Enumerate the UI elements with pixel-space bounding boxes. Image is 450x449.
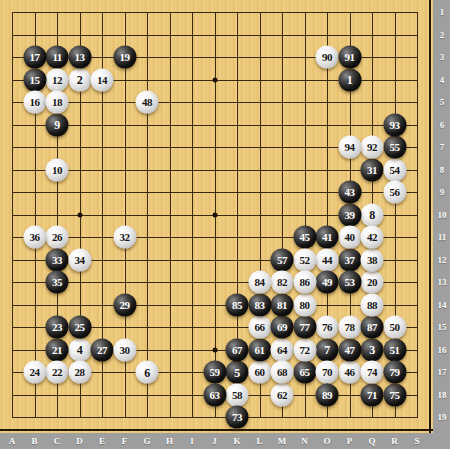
stone-white-Q17: 74 xyxy=(361,361,384,384)
move-number: 94 xyxy=(345,142,355,153)
stone-black-C12: 33 xyxy=(46,248,69,271)
move-number: 52 xyxy=(300,254,310,265)
stone-white-R15: 50 xyxy=(383,316,406,339)
stone-white-C17: 22 xyxy=(46,361,69,384)
stone-white-Q7: 92 xyxy=(361,136,384,159)
move-number: 41 xyxy=(322,232,332,243)
stone-black-P4: 1 xyxy=(338,68,361,91)
move-number: 38 xyxy=(367,254,377,265)
rank-label-7: 7 xyxy=(440,142,445,152)
go-board-diagram: 1234567891011121314151617181920212223242… xyxy=(0,0,450,449)
file-label-H: H xyxy=(166,436,173,446)
stone-white-M17: 68 xyxy=(271,361,294,384)
stone-white-M18: 62 xyxy=(271,383,294,406)
stone-black-O18: 89 xyxy=(316,383,339,406)
move-number: 68 xyxy=(277,367,287,378)
move-number: 10 xyxy=(52,164,62,175)
stone-black-B3: 17 xyxy=(23,46,46,69)
move-number: 50 xyxy=(390,322,400,333)
stone-white-R9: 56 xyxy=(383,181,406,204)
stone-white-O17: 70 xyxy=(316,361,339,384)
move-number: 88 xyxy=(367,299,377,310)
stone-black-J18: 63 xyxy=(203,383,226,406)
move-number: 49 xyxy=(322,277,332,288)
move-number: 86 xyxy=(300,277,310,288)
move-number: 91 xyxy=(345,52,355,63)
move-number: 45 xyxy=(300,232,310,243)
move-number: 79 xyxy=(390,367,400,378)
move-number: 47 xyxy=(345,344,355,355)
rank-label-8: 8 xyxy=(440,165,445,175)
move-number: 77 xyxy=(300,322,310,333)
stone-black-C16: 21 xyxy=(46,338,69,361)
stone-white-C11: 26 xyxy=(46,226,69,249)
move-number: 82 xyxy=(277,277,287,288)
stone-white-G17: 6 xyxy=(136,361,159,384)
star-point-D10 xyxy=(77,212,82,217)
move-number: 20 xyxy=(367,277,377,288)
move-number: 71 xyxy=(367,389,377,400)
move-number: 89 xyxy=(322,389,332,400)
stone-black-N11: 45 xyxy=(293,226,316,249)
file-label-F: F xyxy=(122,436,128,446)
stone-black-N15: 77 xyxy=(293,316,316,339)
stone-black-E16: 27 xyxy=(91,338,114,361)
move-number: 11 xyxy=(52,52,61,63)
stone-white-L15: 66 xyxy=(248,316,271,339)
move-number: 76 xyxy=(322,322,332,333)
stone-black-R6: 93 xyxy=(383,113,406,136)
move-number: 14 xyxy=(97,74,107,85)
file-label-R: R xyxy=(391,436,398,446)
rank-label-6: 6 xyxy=(440,120,445,130)
stone-black-P16: 47 xyxy=(338,338,361,361)
stone-white-C5: 18 xyxy=(46,91,69,114)
file-label-K: K xyxy=(233,436,240,446)
move-number: 40 xyxy=(345,232,355,243)
move-number: 92 xyxy=(367,142,377,153)
stone-black-C15: 23 xyxy=(46,316,69,339)
stone-black-K14: 85 xyxy=(226,293,249,316)
stone-black-P13: 53 xyxy=(338,271,361,294)
move-number: 67 xyxy=(232,344,242,355)
rank-label-1: 1 xyxy=(440,7,445,17)
stone-black-Q15: 87 xyxy=(361,316,384,339)
stone-black-R7: 55 xyxy=(383,136,406,159)
stone-white-F11: 32 xyxy=(113,226,136,249)
move-number: 90 xyxy=(322,52,332,63)
stone-white-N12: 52 xyxy=(293,248,316,271)
file-label-I: I xyxy=(190,436,194,446)
move-number: 43 xyxy=(345,187,355,198)
move-number: 75 xyxy=(390,389,400,400)
stone-white-Q12: 38 xyxy=(361,248,384,271)
move-number: 8 xyxy=(369,209,374,221)
star-point-J4 xyxy=(212,77,217,82)
stone-white-Q13: 20 xyxy=(361,271,384,294)
stone-black-O16: 7 xyxy=(316,338,339,361)
move-number: 44 xyxy=(322,254,332,265)
move-number: 33 xyxy=(52,254,62,265)
stone-black-J17: 59 xyxy=(203,361,226,384)
move-number: 63 xyxy=(210,389,220,400)
stone-white-D17: 28 xyxy=(68,361,91,384)
move-number: 37 xyxy=(345,254,355,265)
move-number: 29 xyxy=(120,299,130,310)
stone-black-Q8: 31 xyxy=(361,158,384,181)
stone-white-M16: 64 xyxy=(271,338,294,361)
stone-black-K19: 73 xyxy=(226,406,249,429)
file-label-M: M xyxy=(278,436,287,446)
move-number: 28 xyxy=(75,367,85,378)
move-number: 4 xyxy=(77,344,82,356)
stone-white-O3: 90 xyxy=(316,46,339,69)
stone-black-O11: 41 xyxy=(316,226,339,249)
move-number: 65 xyxy=(300,367,310,378)
rank-label-13: 13 xyxy=(438,277,447,287)
stone-black-D15: 25 xyxy=(68,316,91,339)
stone-black-R16: 51 xyxy=(383,338,406,361)
rank-label-14: 14 xyxy=(438,300,447,310)
stone-black-P9: 43 xyxy=(338,181,361,204)
stone-white-Q11: 42 xyxy=(361,226,384,249)
move-number: 78 xyxy=(345,322,355,333)
move-number: 58 xyxy=(232,389,242,400)
move-number: 22 xyxy=(52,367,62,378)
stone-white-L17: 60 xyxy=(248,361,271,384)
file-label-strip: ABCDEFGHIJKLMNOPQRS xyxy=(0,433,433,449)
stone-black-P10: 39 xyxy=(338,203,361,226)
move-number: 17 xyxy=(30,52,40,63)
file-label-S: S xyxy=(414,436,419,446)
stone-white-D16: 4 xyxy=(68,338,91,361)
grid-line-vertical xyxy=(417,12,418,418)
move-number: 54 xyxy=(390,164,400,175)
move-number: 12 xyxy=(52,74,62,85)
stone-white-M13: 82 xyxy=(271,271,294,294)
rank-label-11: 11 xyxy=(438,232,447,242)
rank-label-3: 3 xyxy=(440,52,445,62)
stone-white-O12: 44 xyxy=(316,248,339,271)
stone-white-L13: 84 xyxy=(248,271,271,294)
stone-white-N16: 72 xyxy=(293,338,316,361)
move-number: 24 xyxy=(30,367,40,378)
move-number: 64 xyxy=(277,344,287,355)
file-label-J: J xyxy=(212,436,217,446)
stone-black-K17: 5 xyxy=(226,361,249,384)
stone-white-B17: 24 xyxy=(23,361,46,384)
file-label-A: A xyxy=(9,436,16,446)
stone-black-O13: 49 xyxy=(316,271,339,294)
move-number: 69 xyxy=(277,322,287,333)
stone-black-Q16: 3 xyxy=(361,338,384,361)
rank-label-16: 16 xyxy=(438,345,447,355)
move-number: 66 xyxy=(255,322,265,333)
move-number: 70 xyxy=(322,367,332,378)
stone-white-E4: 14 xyxy=(91,68,114,91)
stone-white-Q14: 88 xyxy=(361,293,384,316)
move-number: 60 xyxy=(255,367,265,378)
file-label-G: G xyxy=(143,436,150,446)
move-number: 34 xyxy=(75,254,85,265)
move-number: 42 xyxy=(367,232,377,243)
file-label-P: P xyxy=(347,436,353,446)
move-number: 9 xyxy=(54,119,59,131)
stone-white-G5: 48 xyxy=(136,91,159,114)
move-number: 23 xyxy=(52,322,62,333)
stone-white-D12: 34 xyxy=(68,248,91,271)
rank-label-2: 2 xyxy=(440,30,445,40)
stone-black-M14: 81 xyxy=(271,293,294,316)
stone-white-C4: 12 xyxy=(46,68,69,91)
move-number: 62 xyxy=(277,389,287,400)
stone-black-C6: 9 xyxy=(46,113,69,136)
file-label-E: E xyxy=(99,436,105,446)
move-number: 18 xyxy=(52,97,62,108)
star-point-J16 xyxy=(212,347,217,352)
move-number: 16 xyxy=(30,97,40,108)
file-label-O: O xyxy=(323,436,330,446)
stone-white-K18: 58 xyxy=(226,383,249,406)
move-number: 3 xyxy=(369,344,374,356)
move-number: 57 xyxy=(277,254,287,265)
goban[interactable]: 1234567891011121314151617181920212223242… xyxy=(0,0,433,433)
stone-black-F14: 29 xyxy=(113,293,136,316)
move-number: 27 xyxy=(97,344,107,355)
grid-line-horizontal xyxy=(12,305,418,306)
file-label-C: C xyxy=(54,436,61,446)
move-number: 35 xyxy=(52,277,62,288)
rank-label-10: 10 xyxy=(438,210,447,220)
move-number: 2 xyxy=(77,74,82,86)
rank-label-19: 19 xyxy=(438,412,447,422)
file-label-B: B xyxy=(31,436,37,446)
move-number: 73 xyxy=(232,412,242,423)
move-number: 56 xyxy=(390,187,400,198)
move-number: 53 xyxy=(345,277,355,288)
move-number: 74 xyxy=(367,367,377,378)
move-number: 5 xyxy=(234,366,239,378)
stone-black-B4: 15 xyxy=(23,68,46,91)
stone-black-N17: 65 xyxy=(293,361,316,384)
stone-black-P12: 37 xyxy=(338,248,361,271)
stone-white-O15: 76 xyxy=(316,316,339,339)
stone-white-D4: 2 xyxy=(68,68,91,91)
stone-white-Q10: 8 xyxy=(361,203,384,226)
stone-white-B5: 16 xyxy=(23,91,46,114)
stone-black-Q18: 71 xyxy=(361,383,384,406)
move-number: 1 xyxy=(347,74,352,86)
move-number: 26 xyxy=(52,232,62,243)
move-number: 83 xyxy=(255,299,265,310)
stone-black-M12: 57 xyxy=(271,248,294,271)
rank-label-12: 12 xyxy=(438,255,447,265)
move-number: 36 xyxy=(30,232,40,243)
stone-white-C8: 10 xyxy=(46,158,69,181)
stone-black-M15: 69 xyxy=(271,316,294,339)
stone-white-P11: 40 xyxy=(338,226,361,249)
move-number: 61 xyxy=(255,344,265,355)
move-number: 59 xyxy=(210,367,220,378)
star-point-J10 xyxy=(212,212,217,217)
move-number: 80 xyxy=(300,299,310,310)
stone-black-P3: 91 xyxy=(338,46,361,69)
stone-black-F3: 19 xyxy=(113,46,136,69)
file-label-N: N xyxy=(301,436,308,446)
stone-white-N14: 80 xyxy=(293,293,316,316)
stone-black-K16: 67 xyxy=(226,338,249,361)
stone-white-P7: 94 xyxy=(338,136,361,159)
file-label-D: D xyxy=(76,436,83,446)
stone-white-P15: 78 xyxy=(338,316,361,339)
rank-label-strip: 12345678910111213141516171819 xyxy=(433,0,450,449)
rank-label-5: 5 xyxy=(440,97,445,107)
move-number: 51 xyxy=(390,344,400,355)
stone-black-R17: 79 xyxy=(383,361,406,384)
board-outer-border-right xyxy=(429,0,431,433)
move-number: 55 xyxy=(390,142,400,153)
stone-black-C13: 35 xyxy=(46,271,69,294)
move-number: 6 xyxy=(144,366,149,378)
file-label-L: L xyxy=(256,436,262,446)
stone-white-R8: 54 xyxy=(383,158,406,181)
rank-label-9: 9 xyxy=(440,187,445,197)
stone-black-C3: 11 xyxy=(46,46,69,69)
board-outer-border-bottom xyxy=(0,429,433,431)
move-number: 93 xyxy=(390,119,400,130)
stone-black-D3: 13 xyxy=(68,46,91,69)
move-number: 85 xyxy=(232,299,242,310)
move-number: 39 xyxy=(345,209,355,220)
move-number: 48 xyxy=(142,97,152,108)
stone-black-R18: 75 xyxy=(383,383,406,406)
move-number: 84 xyxy=(255,277,265,288)
stone-white-B11: 36 xyxy=(23,226,46,249)
move-number: 30 xyxy=(120,344,130,355)
stone-black-L16: 61 xyxy=(248,338,271,361)
move-number: 25 xyxy=(75,322,85,333)
stone-white-P17: 46 xyxy=(338,361,361,384)
move-number: 7 xyxy=(324,344,329,356)
move-number: 13 xyxy=(75,52,85,63)
rank-label-15: 15 xyxy=(438,322,447,332)
move-number: 81 xyxy=(277,299,287,310)
stone-white-F16: 30 xyxy=(113,338,136,361)
rank-label-17: 17 xyxy=(438,367,447,377)
move-number: 87 xyxy=(367,322,377,333)
move-number: 15 xyxy=(30,74,40,85)
move-number: 32 xyxy=(120,232,130,243)
grid-line-horizontal xyxy=(12,417,418,418)
file-label-Q: Q xyxy=(368,436,375,446)
stone-white-N13: 86 xyxy=(293,271,316,294)
rank-label-4: 4 xyxy=(440,75,445,85)
rank-label-18: 18 xyxy=(438,390,447,400)
move-number: 19 xyxy=(120,52,130,63)
move-number: 21 xyxy=(52,344,62,355)
move-number: 72 xyxy=(300,344,310,355)
stone-black-L14: 83 xyxy=(248,293,271,316)
move-number: 31 xyxy=(367,164,377,175)
move-number: 46 xyxy=(345,367,355,378)
